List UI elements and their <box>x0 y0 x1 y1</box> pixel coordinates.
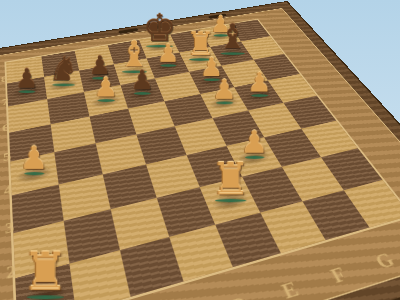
white-pawn-c6[interactable]: ♟ <box>94 74 118 102</box>
felt-base <box>215 199 246 202</box>
felt-base <box>26 295 63 299</box>
felt-base <box>251 94 268 97</box>
black-knight-b7[interactable]: ♞ <box>49 52 79 86</box>
felt-base <box>97 99 114 102</box>
chess-board: ♚♟♟♞♟♝♟♜♝♟♟♟♟♟♟♟♜♜ ABCDEFGH12345678 <box>0 2 400 300</box>
felt-base <box>216 101 233 104</box>
scene: ♚♟♟♞♟♝♟♜♝♟♟♟♟♟♟♟♜♜ ABCDEFGH12345678 <box>0 0 400 300</box>
black-pawn-d6[interactable]: ♟ <box>131 67 155 95</box>
white-pawn-f5[interactable]: ♟ <box>212 76 236 104</box>
felt-base <box>18 90 35 93</box>
white-pawn-a4[interactable]: ♟ <box>20 142 49 175</box>
black-pawn-a7[interactable]: ♟ <box>15 65 39 92</box>
white-pawn-g5[interactable]: ♟ <box>247 69 271 97</box>
rank-label-8: 8 <box>1 74 8 84</box>
felt-base <box>52 83 75 86</box>
white-rook-a1[interactable]: ♜ <box>21 245 68 299</box>
black-bishop-g7[interactable]: ♝ <box>217 20 247 55</box>
white-rook-e2[interactable]: ♜ <box>210 157 250 203</box>
photo-of-chess-board: ♚♟♟♞♟♝♟♜♝♟♟♟♟♟♟♟♜♜ ABCDEFGH12345678 <box>0 0 400 300</box>
square-a1[interactable]: ♜ <box>15 263 75 300</box>
felt-base <box>160 64 176 66</box>
felt-base <box>134 92 151 95</box>
felt-base <box>220 52 244 54</box>
felt-base <box>24 172 44 175</box>
white-pawn-e7[interactable]: ♟ <box>157 41 179 67</box>
